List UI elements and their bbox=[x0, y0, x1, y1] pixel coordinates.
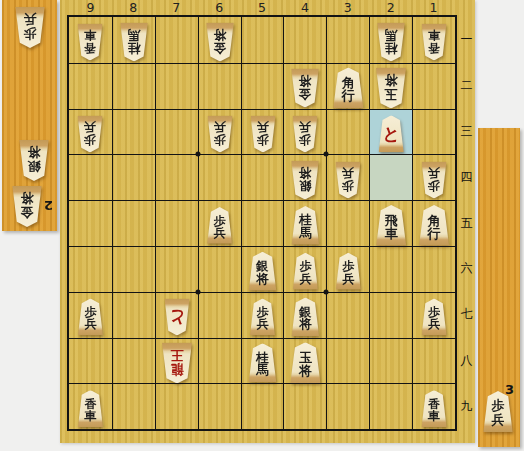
piece-gote-P[interactable]: 歩兵 bbox=[248, 115, 277, 152]
piece-kanji: 兵 bbox=[84, 318, 96, 330]
piece-gote-P[interactable]: 歩兵 bbox=[76, 115, 105, 152]
piece-sente-L[interactable]: 香車 bbox=[420, 390, 449, 427]
piece-kanji: 将 bbox=[21, 192, 34, 205]
gote-captured-stand: 歩兵銀将金将2 bbox=[2, 0, 57, 231]
square-3b[interactable]: 角行 bbox=[326, 63, 369, 109]
piece-kanji: 歩 bbox=[24, 27, 37, 40]
square-8d[interactable] bbox=[112, 154, 155, 200]
piece-kanji: 将 bbox=[256, 272, 269, 285]
square-9e[interactable] bbox=[69, 200, 112, 246]
piece-gote-N[interactable]: 桂馬 bbox=[375, 22, 407, 61]
square-3g[interactable] bbox=[326, 292, 369, 338]
piece-kanji: 兵 bbox=[214, 121, 226, 133]
piece-kanji: 桂 bbox=[128, 41, 141, 54]
square-1a[interactable]: 香車 bbox=[412, 17, 455, 63]
piece-kanji: 兵 bbox=[428, 166, 440, 178]
square-4e[interactable]: 桂馬 bbox=[283, 200, 326, 246]
square-3h[interactable] bbox=[326, 338, 369, 384]
piece-gote-G[interactable]: 金将 bbox=[289, 68, 321, 107]
square-2e[interactable]: 飛車 bbox=[369, 200, 412, 246]
sente-captured-stand: 歩兵3 bbox=[478, 128, 520, 447]
piece-sente-L[interactable]: 香車 bbox=[76, 390, 105, 427]
piece-kanji: 歩 bbox=[257, 306, 269, 318]
rank-label-7: 七 bbox=[458, 292, 475, 338]
piece-kanji: 兵 bbox=[24, 13, 37, 26]
piece-gote-P[interactable]: 歩兵 bbox=[205, 115, 234, 152]
piece-kanji: 行 bbox=[428, 226, 441, 239]
square-8i[interactable] bbox=[112, 383, 155, 429]
square-4f[interactable]: 歩兵 bbox=[283, 246, 326, 292]
square-1e[interactable]: 角行 bbox=[412, 200, 455, 246]
piece-kanji: 王 bbox=[170, 349, 183, 362]
shogi-app: 歩兵銀将金将2 987654321 一二三四五六七八九 香車桂馬金将桂馬香車金将… bbox=[0, 0, 524, 451]
piece-sente-P[interactable]: 歩兵 bbox=[76, 298, 105, 335]
piece-sente-P[interactable]: 歩兵 bbox=[291, 253, 320, 290]
rank-labels: 一二三四五六七八九 bbox=[458, 17, 475, 429]
square-5e[interactable] bbox=[241, 200, 284, 246]
piece-sente-P[interactable]: 歩兵 bbox=[420, 298, 449, 335]
piece-kanji: 車 bbox=[428, 410, 440, 422]
piece-kanji: 将 bbox=[299, 74, 312, 87]
piece-kanji: 香 bbox=[84, 41, 96, 53]
piece-kanji: 歩 bbox=[214, 133, 226, 145]
piece-kanji: 兵 bbox=[257, 318, 269, 330]
square-4a[interactable] bbox=[283, 17, 326, 63]
square-7i[interactable] bbox=[155, 383, 198, 429]
piece-kanji: 歩 bbox=[257, 133, 269, 145]
piece-gote-L[interactable]: 香車 bbox=[76, 23, 105, 60]
square-8f[interactable] bbox=[112, 246, 155, 292]
piece-kanji: 将 bbox=[299, 318, 312, 331]
piece-kanji: 将 bbox=[213, 28, 226, 41]
file-label-4: 4 bbox=[283, 0, 326, 15]
file-label-1: 1 bbox=[412, 0, 455, 15]
file-label-2: 2 bbox=[369, 0, 412, 15]
square-7f[interactable] bbox=[155, 246, 198, 292]
square-8b[interactable] bbox=[112, 63, 155, 109]
square-6c[interactable]: 歩兵 bbox=[198, 109, 241, 155]
square-6h[interactable] bbox=[198, 338, 241, 384]
piece-kanji: 角 bbox=[428, 213, 441, 226]
piece-kanji: 龍 bbox=[170, 362, 183, 375]
piece-kanji: 将 bbox=[299, 166, 312, 179]
square-1g[interactable]: 歩兵 bbox=[412, 292, 455, 338]
square-9a[interactable]: 香車 bbox=[69, 17, 112, 63]
square-7g[interactable]: と bbox=[155, 292, 198, 338]
square-2c[interactable]: と bbox=[369, 109, 412, 155]
square-2b[interactable]: 玉将 bbox=[369, 63, 412, 109]
piece-kanji: 香 bbox=[84, 397, 96, 409]
square-4d[interactable]: 銀将 bbox=[283, 154, 326, 200]
piece-kanji: 歩 bbox=[428, 179, 440, 191]
square-8e[interactable] bbox=[112, 200, 155, 246]
piece-gote-S[interactable]: 銀将 bbox=[17, 140, 51, 181]
rank-label-2: 二 bbox=[458, 63, 475, 109]
square-9d[interactable] bbox=[69, 154, 112, 200]
square-9b[interactable] bbox=[69, 63, 112, 109]
piece-kanji: 車 bbox=[428, 28, 440, 40]
square-9g[interactable]: 歩兵 bbox=[69, 292, 112, 338]
piece-kanji: 歩 bbox=[342, 179, 354, 191]
square-1f[interactable] bbox=[412, 246, 455, 292]
square-3f[interactable]: 歩兵 bbox=[326, 246, 369, 292]
piece-kanji: 歩 bbox=[492, 399, 505, 412]
square-8c[interactable] bbox=[112, 109, 155, 155]
square-6e[interactable]: 歩兵 bbox=[198, 200, 241, 246]
piece-sente-B[interactable]: 角行 bbox=[417, 205, 452, 246]
piece-kanji: 金 bbox=[213, 41, 226, 54]
square-3i[interactable] bbox=[326, 383, 369, 429]
square-5b[interactable] bbox=[241, 63, 284, 109]
piece-gote-R-promoted[interactable]: 龍王 bbox=[159, 342, 194, 383]
piece-kanji: 馬 bbox=[128, 28, 141, 41]
piece-kanji: と bbox=[168, 308, 185, 325]
piece-gote-P[interactable]: 歩兵 bbox=[334, 161, 363, 198]
piece-sente-B[interactable]: 角行 bbox=[331, 67, 366, 108]
square-7h[interactable]: 龍王 bbox=[155, 338, 198, 384]
rank-label-3: 三 bbox=[458, 109, 475, 155]
file-label-5: 5 bbox=[241, 0, 284, 15]
piece-kanji: 将 bbox=[299, 364, 312, 377]
piece-gote-S[interactable]: 銀将 bbox=[289, 160, 321, 199]
square-5i[interactable] bbox=[241, 383, 284, 429]
square-2d[interactable] bbox=[369, 154, 412, 200]
square-6d[interactable] bbox=[198, 154, 241, 200]
file-label-3: 3 bbox=[326, 0, 369, 15]
square-8g[interactable] bbox=[112, 292, 155, 338]
square-1d[interactable]: 歩兵 bbox=[412, 154, 455, 200]
piece-kanji: 銀 bbox=[28, 160, 41, 173]
square-2g[interactable] bbox=[369, 292, 412, 338]
piece-gote-K[interactable]: 玉将 bbox=[374, 67, 409, 108]
square-8h[interactable] bbox=[112, 338, 155, 384]
board-grid: 香車桂馬金将桂馬香車金将角行玉将歩兵歩兵歩兵歩兵と銀将歩兵歩兵歩兵桂馬飛車角行銀… bbox=[67, 15, 457, 431]
piece-kanji: 玉 bbox=[299, 351, 312, 364]
square-6i[interactable] bbox=[198, 383, 241, 429]
square-3d[interactable]: 歩兵 bbox=[326, 154, 369, 200]
piece-kanji: 兵 bbox=[428, 318, 440, 330]
piece-sente-P[interactable]: 歩兵 bbox=[481, 391, 515, 432]
piece-kanji: 将 bbox=[28, 146, 41, 159]
piece-kanji: 歩 bbox=[428, 306, 440, 318]
piece-kanji: 香 bbox=[428, 41, 440, 53]
square-6g[interactable] bbox=[198, 292, 241, 338]
square-2i[interactable] bbox=[369, 383, 412, 429]
square-3a[interactable] bbox=[326, 17, 369, 63]
piece-sente-P[interactable]: 歩兵 bbox=[334, 253, 363, 290]
hand-count-sente: 3 bbox=[505, 382, 514, 397]
piece-kanji: 飛 bbox=[385, 213, 398, 226]
piece-sente-P[interactable]: 歩兵 bbox=[248, 298, 277, 335]
square-5f[interactable]: 銀将 bbox=[241, 246, 284, 292]
file-label-9: 9 bbox=[69, 0, 112, 15]
file-labels: 987654321 bbox=[69, 0, 455, 15]
piece-kanji: 角 bbox=[342, 76, 355, 89]
square-1c[interactable] bbox=[412, 109, 455, 155]
square-5a[interactable] bbox=[241, 17, 284, 63]
piece-kanji: 車 bbox=[84, 28, 96, 40]
piece-kanji: 馬 bbox=[256, 364, 269, 377]
square-5g[interactable]: 歩兵 bbox=[241, 292, 284, 338]
piece-sente-P-promoted[interactable]: と bbox=[377, 115, 406, 152]
piece-kanji: 将 bbox=[385, 74, 398, 87]
square-6a[interactable]: 金将 bbox=[198, 17, 241, 63]
piece-sente-S[interactable]: 銀将 bbox=[247, 252, 279, 291]
rank-label-8: 八 bbox=[458, 338, 475, 384]
hand-count-gote: 2 bbox=[44, 198, 53, 213]
piece-kanji: 玉 bbox=[385, 87, 398, 100]
piece-kanji: 歩 bbox=[84, 133, 96, 145]
piece-kanji: 馬 bbox=[385, 28, 398, 41]
square-4b[interactable]: 金将 bbox=[283, 63, 326, 109]
square-4g[interactable]: 銀将 bbox=[283, 292, 326, 338]
square-7b[interactable] bbox=[155, 63, 198, 109]
piece-kanji: 歩 bbox=[299, 260, 311, 272]
piece-kanji: 兵 bbox=[214, 226, 226, 238]
piece-gote-P[interactable]: 歩兵 bbox=[291, 115, 320, 152]
square-5c[interactable]: 歩兵 bbox=[241, 109, 284, 155]
piece-kanji: 歩 bbox=[214, 214, 226, 226]
piece-gote-N[interactable]: 桂馬 bbox=[118, 22, 150, 61]
piece-kanji: 歩 bbox=[299, 133, 311, 145]
piece-sente-K[interactable]: 玉将 bbox=[288, 342, 323, 383]
piece-gote-P-promoted[interactable]: と bbox=[162, 298, 191, 335]
piece-gote-P[interactable]: 歩兵 bbox=[13, 7, 47, 48]
piece-kanji: 馬 bbox=[299, 226, 312, 239]
rank-label-9: 九 bbox=[458, 383, 475, 429]
square-7e[interactable] bbox=[155, 200, 198, 246]
square-1h[interactable] bbox=[412, 338, 455, 384]
piece-sente-R[interactable]: 飛車 bbox=[374, 205, 409, 246]
piece-kanji: 兵 bbox=[342, 272, 354, 284]
piece-kanji: 兵 bbox=[299, 121, 311, 133]
square-4i[interactable] bbox=[283, 383, 326, 429]
rank-label-1: 一 bbox=[458, 17, 475, 63]
rank-label-6: 六 bbox=[458, 246, 475, 292]
piece-kanji: 兵 bbox=[492, 413, 505, 426]
piece-kanji: 歩 bbox=[342, 260, 354, 272]
piece-kanji: 金 bbox=[21, 206, 34, 219]
piece-kanji: 車 bbox=[84, 410, 96, 422]
piece-kanji: 兵 bbox=[84, 121, 96, 133]
square-4c[interactable]: 歩兵 bbox=[283, 109, 326, 155]
piece-kanji: 兵 bbox=[299, 272, 311, 284]
board-background: 987654321 一二三四五六七八九 香車桂馬金将桂馬香車金将角行玉将歩兵歩兵… bbox=[60, 0, 475, 443]
piece-gote-G[interactable]: 金将 bbox=[204, 22, 236, 61]
square-2f[interactable] bbox=[369, 246, 412, 292]
square-9i[interactable]: 香車 bbox=[69, 383, 112, 429]
square-6f[interactable] bbox=[198, 246, 241, 292]
piece-kanji: と bbox=[382, 125, 399, 142]
piece-kanji: 行 bbox=[342, 89, 355, 102]
square-1b[interactable] bbox=[412, 63, 455, 109]
file-label-6: 6 bbox=[198, 0, 241, 15]
square-3c[interactable] bbox=[326, 109, 369, 155]
square-6b[interactable] bbox=[198, 63, 241, 109]
square-1i[interactable]: 香車 bbox=[412, 383, 455, 429]
piece-kanji: 歩 bbox=[84, 306, 96, 318]
piece-kanji: 桂 bbox=[385, 41, 398, 54]
piece-kanji: 香 bbox=[428, 397, 440, 409]
piece-kanji: 兵 bbox=[257, 121, 269, 133]
piece-gote-P[interactable]: 歩兵 bbox=[420, 161, 449, 198]
piece-kanji: 金 bbox=[299, 87, 312, 100]
square-2a[interactable]: 桂馬 bbox=[369, 17, 412, 63]
piece-sente-N[interactable]: 桂馬 bbox=[289, 206, 321, 245]
piece-kanji: 兵 bbox=[342, 166, 354, 178]
piece-gote-G[interactable]: 金将 bbox=[10, 186, 44, 227]
square-4h[interactable]: 玉将 bbox=[283, 338, 326, 384]
rank-label-5: 五 bbox=[458, 200, 475, 246]
square-7c[interactable] bbox=[155, 109, 198, 155]
piece-gote-L[interactable]: 香車 bbox=[420, 23, 449, 60]
file-label-7: 7 bbox=[155, 0, 198, 15]
square-9c[interactable]: 歩兵 bbox=[69, 109, 112, 155]
square-7a[interactable] bbox=[155, 17, 198, 63]
square-3e[interactable] bbox=[326, 200, 369, 246]
square-2h[interactable] bbox=[369, 338, 412, 384]
piece-sente-S[interactable]: 銀将 bbox=[289, 297, 321, 336]
square-7d[interactable] bbox=[155, 154, 198, 200]
square-8a[interactable]: 桂馬 bbox=[112, 17, 155, 63]
square-5h[interactable]: 桂馬 bbox=[241, 338, 284, 384]
file-label-8: 8 bbox=[112, 0, 155, 15]
square-9f[interactable] bbox=[69, 246, 112, 292]
piece-kanji: 車 bbox=[385, 226, 398, 239]
square-9h[interactable] bbox=[69, 338, 112, 384]
square-5d[interactable] bbox=[241, 154, 284, 200]
rank-label-4: 四 bbox=[458, 154, 475, 200]
piece-sente-N[interactable]: 桂馬 bbox=[247, 343, 279, 382]
piece-sente-P[interactable]: 歩兵 bbox=[205, 207, 234, 244]
